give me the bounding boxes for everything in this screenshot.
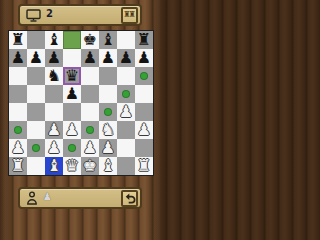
- square-a7[interactable]: ♟: [9, 49, 27, 67]
- white-pawn-f2: ♟: [101, 139, 115, 157]
- square-a2[interactable]: ♟: [9, 139, 27, 157]
- square-h5[interactable]: [135, 85, 153, 103]
- black-bishop-f8: ♝: [101, 31, 115, 49]
- square-b5[interactable]: [27, 85, 45, 103]
- square-e4[interactable]: [81, 103, 99, 121]
- black-bishop-c8: ♝: [47, 31, 61, 49]
- square-a4[interactable]: [9, 103, 27, 121]
- square-e7[interactable]: ♟: [81, 49, 99, 67]
- move-hint-dot-h6[interactable]: [141, 73, 147, 79]
- computer-bar: 2 ♜♜: [18, 4, 142, 26]
- square-d1[interactable]: ♛: [63, 157, 81, 175]
- move-hint-dot-g5[interactable]: [123, 91, 129, 97]
- black-pawn-d5: ♟: [65, 85, 79, 103]
- square-a5[interactable]: [9, 85, 27, 103]
- undo-button[interactable]: [121, 190, 138, 207]
- square-a3[interactable]: [9, 121, 27, 139]
- square-d3[interactable]: ♟: [63, 121, 81, 139]
- white-pawn-d3: ♟: [65, 121, 79, 139]
- square-d5[interactable]: ♟: [63, 85, 81, 103]
- square-f7[interactable]: ♟: [99, 49, 117, 67]
- square-d2[interactable]: [63, 139, 81, 157]
- player-person-icon: [26, 191, 38, 205]
- square-h4[interactable]: [135, 103, 153, 121]
- square-g3[interactable]: [117, 121, 135, 139]
- square-b3[interactable]: [27, 121, 45, 139]
- black-pawn-c7: ♟: [47, 49, 61, 67]
- square-b6[interactable]: [27, 67, 45, 85]
- board: ♜♝♚♝♜♟♟♟♟♟♟♟♞♛♟♟♟♟♞♟♟♟♟♟♜♝♛♚♝♜: [8, 30, 154, 176]
- square-g7[interactable]: ♟: [117, 49, 135, 67]
- square-f1[interactable]: ♝: [99, 157, 117, 175]
- black-pawn-g7: ♟: [119, 49, 133, 67]
- square-e3[interactable]: [81, 121, 99, 139]
- square-g1[interactable]: [117, 157, 135, 175]
- move-hint-dot-d2[interactable]: [69, 145, 75, 151]
- black-king-e8: ♚: [83, 31, 97, 49]
- black-rook-h8: ♜: [137, 31, 151, 49]
- square-c4[interactable]: [45, 103, 63, 121]
- square-c2[interactable]: ♟: [45, 139, 63, 157]
- white-pawn-g4: ♟: [119, 103, 133, 121]
- black-pawn-e7: ♟: [83, 49, 97, 67]
- white-pawn-e2: ♟: [83, 139, 97, 157]
- chess-app-screen: { "game": "chess", "position": { "fen": …: [0, 0, 161, 215]
- square-b1[interactable]: [27, 157, 45, 175]
- white-queen-d1: ♛: [65, 157, 79, 175]
- square-h7[interactable]: ♟: [135, 49, 153, 67]
- square-c7[interactable]: ♟: [45, 49, 63, 67]
- black-pawn-f7: ♟: [101, 49, 115, 67]
- square-g5[interactable]: [117, 85, 135, 103]
- move-hint-dot-b2[interactable]: [33, 145, 39, 151]
- white-rook-a1: ♜: [11, 157, 25, 175]
- white-pawn-a2: ♟: [11, 139, 25, 157]
- square-b8[interactable]: [27, 31, 45, 49]
- square-f8[interactable]: ♝: [99, 31, 117, 49]
- square-e6[interactable]: [81, 67, 99, 85]
- square-g4[interactable]: ♟: [117, 103, 135, 121]
- two-pieces-icon: ♜♜: [123, 11, 135, 19]
- white-bishop-f1: ♝: [101, 157, 115, 175]
- square-g8[interactable]: [117, 31, 135, 49]
- computer-level: 2: [46, 8, 53, 19]
- computer-monitor-icon: [26, 9, 41, 22]
- white-pawn-c3: ♟: [47, 121, 61, 139]
- white-pawn-c2: ♟: [47, 139, 61, 157]
- square-d6[interactable]: ♛: [63, 67, 81, 85]
- white-bishop-c1: ♝: [47, 157, 61, 175]
- black-rook-a8: ♜: [11, 31, 25, 49]
- square-c6[interactable]: ♞: [45, 67, 63, 85]
- white-rook-h1: ♜: [137, 157, 151, 175]
- black-pawn-a7: ♟: [11, 49, 25, 67]
- square-e5[interactable]: [81, 85, 99, 103]
- square-f2[interactable]: ♟: [99, 139, 117, 157]
- move-hint-dot-a3[interactable]: [15, 127, 21, 133]
- square-d4[interactable]: [63, 103, 81, 121]
- square-f6[interactable]: [99, 67, 117, 85]
- square-f3[interactable]: ♞: [99, 121, 117, 139]
- player-white-pawn-icon: ♟: [43, 191, 52, 202]
- square-h8[interactable]: ♜: [135, 31, 153, 49]
- square-c5[interactable]: [45, 85, 63, 103]
- square-f5[interactable]: [99, 85, 117, 103]
- undo-arrow-icon: [124, 192, 136, 204]
- square-d7[interactable]: [63, 49, 81, 67]
- square-h6[interactable]: [135, 67, 153, 85]
- pieces-style-button[interactable]: ♜♜: [121, 7, 138, 24]
- square-a1[interactable]: ♜: [9, 157, 27, 175]
- black-pawn-b7: ♟: [29, 49, 43, 67]
- square-a8[interactable]: ♜: [9, 31, 27, 49]
- square-b4[interactable]: [27, 103, 45, 121]
- black-knight-c6: ♞: [47, 67, 61, 85]
- black-pawn-h7: ♟: [137, 49, 151, 67]
- player-bar: ♟: [18, 187, 142, 209]
- square-e8[interactable]: ♚: [81, 31, 99, 49]
- square-g2[interactable]: [117, 139, 135, 157]
- square-b2[interactable]: [27, 139, 45, 157]
- square-e1[interactable]: ♚: [81, 157, 99, 175]
- white-king-e1: ♚: [83, 157, 97, 175]
- square-a6[interactable]: [9, 67, 27, 85]
- white-pawn-h3: ♟: [137, 121, 151, 139]
- square-b7[interactable]: ♟: [27, 49, 45, 67]
- square-e2[interactable]: ♟: [81, 139, 99, 157]
- square-c3[interactable]: ♟: [45, 121, 63, 139]
- square-c1[interactable]: ♝: [45, 157, 63, 175]
- square-f4[interactable]: [99, 103, 117, 121]
- white-knight-f3: ♞: [101, 121, 115, 139]
- square-d8[interactable]: [63, 31, 81, 49]
- square-g6[interactable]: [117, 67, 135, 85]
- move-hint-dot-f4[interactable]: [105, 109, 111, 115]
- square-h2[interactable]: [135, 139, 153, 157]
- move-hint-dot-e3[interactable]: [87, 127, 93, 133]
- square-h1[interactable]: ♜: [135, 157, 153, 175]
- square-h3[interactable]: ♟: [135, 121, 153, 139]
- black-queen-d6: ♛: [65, 67, 79, 85]
- square-c8[interactable]: ♝: [45, 31, 63, 49]
